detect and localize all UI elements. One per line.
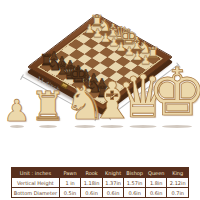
size-table-header-cell: Pawn [59, 168, 81, 178]
size-table-cell: 0.5in [59, 188, 81, 198]
size-table-header-row: Unit : inchesPawnRookKnightBishopQueenKi… [12, 168, 189, 178]
size-table-cell: 1.8in [145, 178, 167, 188]
size-table-cell: 1.18in [81, 178, 103, 188]
size-table-cell: 1.37in [102, 178, 124, 188]
size-table-cell: 0.6in [81, 188, 103, 198]
size-table-header-cell: Unit : inches [12, 168, 60, 178]
size-table-row: Vertical Height1 in1.18in1.37in1.57in1.8… [12, 178, 189, 188]
size-table-cell: 0.7in [167, 188, 189, 198]
size-table-header-cell: King [167, 168, 189, 178]
size-table-cell: 2.12in [167, 178, 189, 188]
size-table-header-cell: Knight [102, 168, 124, 178]
size-table-cell: 0.6in [102, 188, 124, 198]
size-table-row-label: Bottom Diameter [12, 188, 60, 198]
size-table-cell: 1.57in [124, 178, 146, 188]
chess-set-product-image: ♜♞♝♛♚♝♞♜♟♟♟♟♟♟♟♟♟♟♟♟♟♟♟♟♜♞♝♛♚♝♞♜ 11.4inc… [0, 0, 200, 200]
size-table-row: Bottom Diameter0.5in0.6in0.6in0.6in0.6in… [12, 188, 189, 198]
size-table-header-cell: Bishop [124, 168, 146, 178]
size-table-cell: 0.6in [124, 188, 146, 198]
lineup-piece-pawn: ♟ [4, 96, 31, 126]
size-table-cell: 1 in [59, 178, 81, 188]
lineup-piece-king: ♚ [147, 60, 200, 126]
size-table-header-cell: Rook [81, 168, 103, 178]
size-table-header-cell: Queen [145, 168, 167, 178]
size-table: Unit : inchesPawnRookKnightBishopQueenKi… [11, 167, 189, 198]
size-table-cell: 0.6in [145, 188, 167, 198]
lineup-piece-rook: ♜ [30, 86, 66, 126]
piece-lineup: ♟♜♞♝♛♚ [0, 95, 200, 165]
size-table-row-label: Vertical Height [12, 178, 60, 188]
